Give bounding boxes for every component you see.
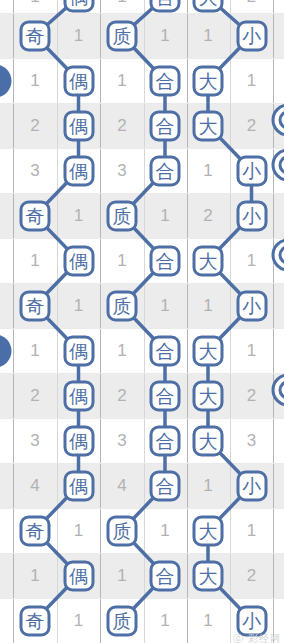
miss-count: 1 [247,341,256,361]
miss-count: 2 [117,116,126,136]
connector-lines [0,0,284,643]
ball-ring [279,110,285,129]
miss-count: 1 [247,251,256,271]
badge-even: 偶 [63,65,94,96]
badge-composite: 合 [150,245,181,276]
miss-count: 1 [203,611,212,631]
miss-count: 1 [74,521,83,541]
miss-count: 1 [117,341,126,361]
ball-ring [279,245,285,264]
badge-small: 小 [236,20,267,51]
badge-composite: 合 [150,110,181,141]
miss-count: 2 [117,386,126,406]
badge-big: 大 [193,380,224,411]
badge-small: 小 [236,470,267,501]
watermark: ⓒ 彩经网 [233,632,281,643]
miss-count: 1 [30,71,39,91]
badge-composite: 合 [150,65,181,96]
miss-count: 1 [30,0,39,7]
miss-count: 1 [160,611,169,631]
miss-count: 4 [117,476,126,496]
miss-count: 4 [30,476,39,496]
badge-even: 偶 [63,335,94,366]
badge-composite: 合 [150,560,181,591]
miss-count: 1 [203,476,212,496]
miss-count: 1 [74,206,83,226]
badge-composite: 合 [150,155,181,186]
miss-count: 1 [203,161,212,181]
miss-count: 1 [117,251,126,271]
badge-even: 偶 [63,245,94,276]
miss-count: 2 [30,116,39,136]
miss-count: 1 [160,521,169,541]
badge-odd: 奇 [20,515,51,546]
badge-even: 偶 [63,560,94,591]
miss-count: 1 [30,341,39,361]
miss-count: 1 [160,206,169,226]
miss-count: 3 [117,161,126,181]
miss-count: 1 [30,251,39,271]
miss-count: 1 [203,26,212,46]
miss-count: 2 [247,116,256,136]
badge-small: 小 [236,290,267,321]
ball-ring [279,380,285,399]
badge-even: 偶 [63,110,94,141]
trend-chart: 1偶1合大2奇1质11小1偶1合大12偶2合大23偶3合1小奇1质12小1偶1合… [0,0,284,643]
badge-even: 偶 [63,155,94,186]
badge-odd: 奇 [20,20,51,51]
badge-composite: 合 [150,0,181,13]
miss-count: 2 [30,386,39,406]
badge-prime: 质 [107,20,138,51]
miss-count: 3 [30,161,39,181]
badge-big: 大 [193,0,224,13]
badge-odd: 奇 [20,290,51,321]
badge-big: 大 [193,110,224,141]
badge-prime: 质 [107,605,138,636]
miss-count: 2 [247,566,256,586]
badge-even: 偶 [63,380,94,411]
badge-big: 大 [193,335,224,366]
miss-count: 1 [117,566,126,586]
miss-count: 1 [247,71,256,91]
badge-odd: 奇 [20,605,51,636]
badge-composite: 合 [150,335,181,366]
badge-even: 偶 [63,0,94,13]
badge-even: 偶 [63,425,94,456]
miss-count: 1 [247,521,256,541]
badge-prime: 质 [107,515,138,546]
badge-prime: 质 [107,290,138,321]
badge-small: 小 [236,155,267,186]
badge-small: 小 [236,200,267,231]
badge-big: 大 [193,515,224,546]
miss-count: 1 [74,611,83,631]
miss-count: 1 [160,296,169,316]
miss-count: 1 [160,26,169,46]
miss-count: 2 [247,0,256,7]
badge-big: 大 [193,425,224,456]
ball-ring [279,155,285,174]
miss-count: 2 [203,206,212,226]
badge-composite: 合 [150,470,181,501]
badge-even: 偶 [63,470,94,501]
miss-count: 3 [247,431,256,451]
miss-count: 1 [117,71,126,91]
badge-odd: 奇 [20,200,51,231]
miss-count: 3 [117,431,126,451]
miss-count: 1 [30,566,39,586]
miss-count: 2 [247,386,256,406]
badge-composite: 合 [150,380,181,411]
miss-count: 1 [74,26,83,46]
miss-count: 1 [74,296,83,316]
miss-count: 3 [30,431,39,451]
badge-big: 大 [193,245,224,276]
miss-count: 1 [117,0,126,7]
badge-prime: 质 [107,200,138,231]
miss-count: 1 [203,296,212,316]
badge-big: 大 [193,65,224,96]
badge-composite: 合 [150,425,181,456]
badge-big: 大 [193,560,224,591]
